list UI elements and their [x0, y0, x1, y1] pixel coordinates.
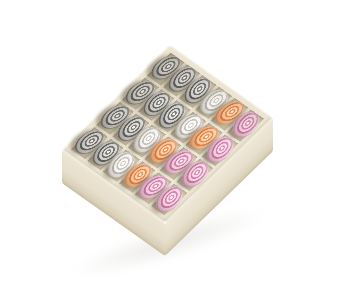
photo-canvas [0, 0, 359, 305]
